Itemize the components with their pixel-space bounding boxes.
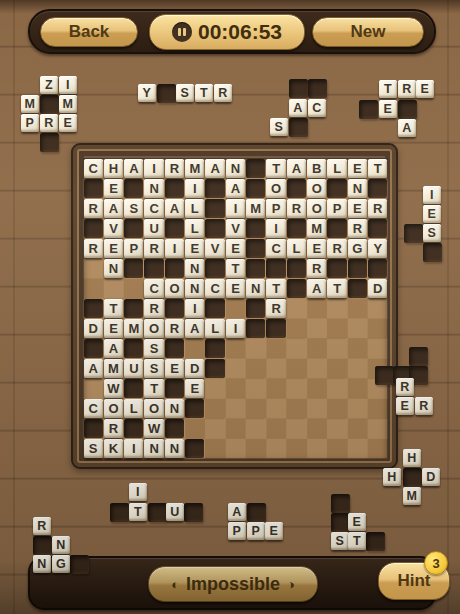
board-empty-slot xyxy=(266,259,285,278)
board-cell xyxy=(347,258,367,278)
board-letter-tile[interactable]: A xyxy=(104,199,123,218)
piece-y-str-tile[interactable]: Y xyxy=(138,84,156,102)
board-letter-tile[interactable]: T xyxy=(144,379,163,398)
board-letter-tile[interactable]: A xyxy=(287,159,306,178)
piece-itu-slot xyxy=(148,503,167,522)
board-letter-tile[interactable]: R xyxy=(368,199,387,218)
board-letter-tile[interactable]: A xyxy=(104,339,123,358)
board-cell xyxy=(124,258,144,278)
board-cell: A xyxy=(103,339,123,359)
board-letter-tile[interactable]: V xyxy=(226,219,245,238)
board-letter-tile[interactable]: O xyxy=(144,319,163,338)
board-cell: U xyxy=(124,359,144,379)
word-puzzle-app: Back 00:06:53 New CHAIRMANTABLETENIAOONR… xyxy=(0,0,460,614)
board-cell: T xyxy=(144,379,164,399)
board-empty-slot xyxy=(165,259,184,278)
board-cell: E xyxy=(103,319,123,339)
board-letter-tile[interactable]: I xyxy=(124,439,143,458)
board-cell xyxy=(286,419,306,439)
board-letter-tile[interactable]: A xyxy=(84,359,103,378)
board-cell xyxy=(327,439,347,459)
board-letter-tile[interactable]: R xyxy=(84,239,103,258)
board-letter-tile[interactable]: E xyxy=(226,239,245,258)
piece-est-tile[interactable]: S xyxy=(331,532,349,550)
board-cell: O xyxy=(103,399,123,419)
board-cell xyxy=(246,339,266,359)
board-cell: C xyxy=(83,158,103,178)
board-cell xyxy=(368,439,388,459)
board-cell: R xyxy=(164,319,184,339)
piece-itu-tile[interactable]: T xyxy=(129,503,147,521)
board-letter-tile[interactable]: L xyxy=(205,319,224,338)
board-letter-tile[interactable]: C xyxy=(266,239,285,258)
board-letter-tile[interactable]: E xyxy=(226,279,245,298)
board-empty-slot xyxy=(287,219,306,238)
board-letter-tile[interactable]: I xyxy=(144,159,163,178)
board-cell: A xyxy=(225,178,245,198)
board-letter-tile[interactable]: S xyxy=(144,359,163,378)
piece-tre-ea-tile[interactable]: A xyxy=(398,119,416,137)
board-empty-slot xyxy=(327,179,346,198)
board-cell xyxy=(205,339,225,359)
board-letter-tile[interactable]: S xyxy=(84,439,103,458)
piece-rer-slot xyxy=(409,347,428,366)
board-cell: E xyxy=(347,158,367,178)
board-empty-slot xyxy=(124,299,143,318)
board-cell: G xyxy=(347,238,367,258)
board-cell xyxy=(327,359,347,379)
board-cell: O xyxy=(307,178,327,198)
board-letter-tile[interactable]: E xyxy=(165,359,184,378)
piece-zim-mpre-tile[interactable]: M xyxy=(21,95,39,113)
board-letter-tile[interactable]: H xyxy=(104,159,123,178)
board-letter-tile[interactable]: M xyxy=(185,159,204,178)
piece-ies-tile[interactable]: E xyxy=(423,205,441,223)
board-cell xyxy=(205,258,225,278)
board-cell: R xyxy=(164,158,184,178)
board-cell: L xyxy=(327,158,347,178)
board-letter-tile[interactable]: M xyxy=(104,359,123,378)
board-cell xyxy=(327,399,347,419)
piece-appe-slot xyxy=(247,503,266,522)
board-cell xyxy=(286,439,306,459)
board-letter-tile[interactable]: R xyxy=(327,239,346,258)
board-cell xyxy=(266,419,286,439)
board-letter-tile[interactable]: P xyxy=(327,199,346,218)
piece-tre-ea-tile[interactable]: E xyxy=(379,100,397,118)
board-cell xyxy=(286,178,306,198)
board-cell: P xyxy=(266,198,286,218)
board-letter-tile[interactable]: M xyxy=(307,219,326,238)
piece-rer-slot xyxy=(375,366,394,385)
board-cell xyxy=(327,319,347,339)
board-letter-tile[interactable]: A xyxy=(205,159,224,178)
board-letter-tile[interactable]: C xyxy=(84,159,103,178)
board-letter-tile[interactable]: T xyxy=(104,299,123,318)
bottom-bar: ◐ Impossible ◑ xyxy=(28,556,436,610)
piece-y-str-slot xyxy=(157,84,176,103)
piece-itu-tile[interactable]: I xyxy=(129,483,147,501)
board-letter-tile[interactable]: D xyxy=(185,359,204,378)
board-letter-tile[interactable]: C xyxy=(144,279,163,298)
board-letter-tile[interactable]: B xyxy=(307,159,326,178)
board-cell xyxy=(246,359,266,379)
board-cell xyxy=(327,298,347,318)
board-cell: N xyxy=(225,158,245,178)
piece-zim-mpre-tile[interactable]: R xyxy=(40,114,58,132)
board-letter-tile[interactable]: V xyxy=(205,239,224,258)
piece-est-tile[interactable]: T xyxy=(348,532,366,550)
board-letter-tile[interactable]: W xyxy=(104,379,123,398)
piece-rer-tile[interactable]: E xyxy=(396,397,414,415)
board-letter-tile[interactable]: Y xyxy=(368,239,387,258)
piece-y-str-tile[interactable]: T xyxy=(195,84,213,102)
board-letter-tile[interactable]: A xyxy=(124,159,143,178)
board-empty-slot xyxy=(144,259,163,278)
board-letter-tile[interactable]: D xyxy=(84,319,103,338)
board-letter-tile[interactable]: D xyxy=(368,279,387,298)
board-letter-tile[interactable]: L xyxy=(327,159,346,178)
board-cell: I xyxy=(266,218,286,238)
board-cell xyxy=(83,419,103,439)
board-cell xyxy=(225,439,245,459)
piece-zim-mpre-tile[interactable]: I xyxy=(59,76,77,94)
board-cell xyxy=(246,419,266,439)
board-cell: D xyxy=(185,359,205,379)
board-cell: E xyxy=(185,238,205,258)
difficulty-prev-icon[interactable]: ◐ xyxy=(171,578,179,591)
board-empty-slot xyxy=(124,219,143,238)
board-letter-tile[interactable]: R xyxy=(287,199,306,218)
board-cell: A xyxy=(205,158,225,178)
pause-icon[interactable] xyxy=(172,22,192,42)
board-letter-tile[interactable]: L xyxy=(185,219,204,238)
board-letter-tile[interactable]: O xyxy=(165,279,184,298)
board-cell xyxy=(286,298,306,318)
board-cell: I xyxy=(185,298,205,318)
board-cell xyxy=(205,359,225,379)
board-letter-tile[interactable]: N xyxy=(165,399,184,418)
board-cell: D xyxy=(83,319,103,339)
piece-itu-slot xyxy=(110,503,129,522)
piece-rng-slot xyxy=(33,536,52,555)
board-cell xyxy=(347,399,367,419)
board-letter-tile[interactable]: I xyxy=(226,319,245,338)
board-cell: M xyxy=(185,158,205,178)
board-empty-slot xyxy=(246,179,265,198)
board-cell: E xyxy=(225,278,245,298)
board-letter-tile[interactable]: L xyxy=(124,399,143,418)
board-letter-tile[interactable]: T xyxy=(266,279,285,298)
board-grid: CHAIRMANTABLETENIAOONRASCALIMPROPERVULVI… xyxy=(83,158,388,459)
board-empty-slot xyxy=(165,379,184,398)
piece-tre-ea-tile[interactable]: R xyxy=(398,80,416,98)
board-letter-tile[interactable]: N xyxy=(246,279,265,298)
board-letter-tile[interactable]: K xyxy=(104,439,123,458)
piece-sac-tile[interactable]: A xyxy=(289,99,307,117)
board-cell xyxy=(246,379,266,399)
board-cell xyxy=(266,379,286,399)
board-letter-tile[interactable]: M xyxy=(124,319,143,338)
piece-rer-tile[interactable]: R xyxy=(396,378,414,396)
board-letter-tile[interactable]: E xyxy=(307,239,326,258)
board-cell xyxy=(347,319,367,339)
board-cell xyxy=(347,379,367,399)
board-cell: A xyxy=(185,319,205,339)
board-cell: I xyxy=(164,238,184,258)
board-cell: N xyxy=(246,278,266,298)
board-empty-slot xyxy=(246,259,265,278)
board-cell: E xyxy=(347,198,367,218)
board-letter-tile[interactable]: M xyxy=(246,199,265,218)
board-cell: I xyxy=(185,178,205,198)
board-cell: N xyxy=(164,439,184,459)
board-empty-slot xyxy=(246,219,265,238)
piece-hdm-tile[interactable]: D xyxy=(422,468,440,486)
board-letter-tile[interactable]: E xyxy=(104,319,123,338)
board-cell xyxy=(266,319,286,339)
board-cell xyxy=(327,218,347,238)
piece-y-str-tile[interactable]: S xyxy=(176,84,194,102)
board-letter-tile[interactable]: V xyxy=(104,219,123,238)
piece-ies-tile[interactable]: I xyxy=(423,186,441,204)
piece-rng-tile[interactable]: R xyxy=(33,517,51,535)
board-empty-slot xyxy=(246,159,265,178)
board-cell xyxy=(347,278,367,298)
board-letter-tile[interactable]: I xyxy=(266,219,285,238)
piece-est-tile[interactable]: E xyxy=(348,513,366,531)
board-cell xyxy=(286,319,306,339)
board-empty-slot xyxy=(84,339,103,358)
board-cell xyxy=(205,178,225,198)
piece-est-slot xyxy=(366,532,385,551)
board-empty-slot xyxy=(165,419,184,438)
board-letter-tile[interactable]: G xyxy=(348,239,367,258)
piece-sac-slot xyxy=(308,79,327,98)
board-letter-tile[interactable]: N xyxy=(185,259,204,278)
board-letter-tile[interactable]: N xyxy=(185,279,204,298)
board-letter-tile[interactable]: T xyxy=(266,159,285,178)
board-cell: R xyxy=(83,198,103,218)
difficulty-next-icon[interactable]: ◑ xyxy=(287,578,295,591)
board-letter-tile[interactable]: P xyxy=(124,239,143,258)
board-letter-tile[interactable]: A xyxy=(185,319,204,338)
board-cell xyxy=(124,278,144,298)
board-cell xyxy=(347,298,367,318)
board-letter-tile[interactable]: C xyxy=(144,199,163,218)
board-letter-tile[interactable]: W xyxy=(144,419,163,438)
piece-tre-ea-slot xyxy=(398,100,417,119)
board-cell xyxy=(205,439,225,459)
board-cell xyxy=(124,379,144,399)
board-cell: R xyxy=(266,298,286,318)
board-cell: U xyxy=(144,218,164,238)
board-cell: I xyxy=(225,198,245,218)
board-cell: V xyxy=(225,218,245,238)
board-cell: C xyxy=(144,278,164,298)
piece-rng-tile[interactable]: N xyxy=(33,555,51,573)
piece-ies-slot xyxy=(404,224,423,243)
board-letter-tile[interactable]: T xyxy=(327,279,346,298)
board-cell xyxy=(368,319,388,339)
piece-zim-mpre-tile[interactable]: Z xyxy=(40,76,58,94)
piece-sac-tile[interactable]: C xyxy=(308,99,326,117)
board-letter-tile[interactable]: E xyxy=(348,159,367,178)
board-cell: I xyxy=(225,319,245,339)
board-empty-slot xyxy=(205,259,224,278)
board-letter-tile[interactable]: O xyxy=(266,179,285,198)
board-cell: S xyxy=(124,198,144,218)
board-letter-tile[interactable]: P xyxy=(266,199,285,218)
board-empty-slot xyxy=(246,239,265,258)
board-letter-tile[interactable]: E xyxy=(185,239,204,258)
difficulty-label: Impossible xyxy=(186,574,280,595)
board-letter-tile[interactable]: R xyxy=(348,219,367,238)
piece-itu-tile[interactable]: U xyxy=(166,503,184,521)
board-letter-tile[interactable]: O xyxy=(104,399,123,418)
board-letter-tile[interactable]: O xyxy=(307,199,326,218)
piece-zim-mpre-tile[interactable]: P xyxy=(21,114,39,132)
back-button[interactable]: Back xyxy=(40,17,138,47)
board-cell xyxy=(225,359,245,379)
board-letter-tile[interactable]: N xyxy=(165,439,184,458)
piece-zim-mpre-tile[interactable]: M xyxy=(59,95,77,113)
board-cell: O xyxy=(144,399,164,419)
board-letter-tile[interactable]: S xyxy=(144,339,163,358)
board-letter-tile[interactable]: N xyxy=(226,159,245,178)
board-letter-tile[interactable]: U xyxy=(144,219,163,238)
board-letter-tile[interactable]: R xyxy=(84,199,103,218)
piece-hdm-tile[interactable]: H xyxy=(403,449,421,467)
board-cell xyxy=(83,278,103,298)
board-letter-tile[interactable]: E xyxy=(185,379,204,398)
board-letter-tile[interactable]: R xyxy=(104,419,123,438)
board-letter-tile[interactable]: C xyxy=(205,279,224,298)
piece-hdm-tile[interactable]: H xyxy=(383,468,401,486)
board-cell: R xyxy=(83,238,103,258)
board-letter-tile[interactable]: T xyxy=(368,159,387,178)
piece-est-slot xyxy=(331,494,350,513)
piece-sac-tile[interactable]: S xyxy=(270,118,288,136)
piece-hdm-tile[interactable]: M xyxy=(403,487,421,505)
board-cell xyxy=(266,258,286,278)
board-letter-tile[interactable]: I xyxy=(185,299,204,318)
board-cell xyxy=(368,178,388,198)
piece-tre-ea-tile[interactable]: E xyxy=(416,80,434,98)
board-empty-slot xyxy=(165,299,184,318)
board-letter-tile[interactable]: R xyxy=(165,319,184,338)
piece-rer-tile[interactable]: R xyxy=(415,397,433,415)
board-cell xyxy=(164,379,184,399)
board-empty-slot xyxy=(205,359,224,378)
board-letter-tile[interactable]: R xyxy=(144,239,163,258)
board-cell xyxy=(205,379,225,399)
board-cell: V xyxy=(103,218,123,238)
new-game-button[interactable]: New xyxy=(312,17,424,47)
board-letter-tile[interactable]: C xyxy=(84,399,103,418)
board-cell: L xyxy=(286,238,306,258)
board-cell xyxy=(327,258,347,278)
board-letter-tile[interactable]: E xyxy=(348,199,367,218)
board-cell xyxy=(286,359,306,379)
board-letter-tile[interactable]: I xyxy=(165,239,184,258)
piece-zim-mpre-tile[interactable]: E xyxy=(59,114,77,132)
board-letter-tile[interactable]: E xyxy=(104,179,123,198)
piece-tre-ea-tile[interactable]: T xyxy=(379,80,397,98)
board-cell: T xyxy=(266,278,286,298)
board-cell xyxy=(307,319,327,339)
board-letter-tile[interactable]: O xyxy=(307,179,326,198)
board-letter-tile[interactable]: I xyxy=(185,179,204,198)
board-letter-tile[interactable]: N xyxy=(144,179,163,198)
board-cell xyxy=(307,399,327,419)
board-cell xyxy=(347,419,367,439)
board-letter-tile[interactable]: R xyxy=(165,159,184,178)
piece-appe-tile[interactable]: A xyxy=(228,503,246,521)
board-letter-tile[interactable]: A xyxy=(307,279,326,298)
board-cell: E xyxy=(225,238,245,258)
board-letter-tile[interactable]: T xyxy=(226,259,245,278)
board-cell xyxy=(225,419,245,439)
board-letter-tile[interactable]: A xyxy=(226,179,245,198)
board-letter-tile[interactable]: R xyxy=(266,299,285,318)
board-cell: E xyxy=(185,379,205,399)
board-letter-tile[interactable]: S xyxy=(124,199,143,218)
board-letter-tile[interactable]: R xyxy=(307,259,326,278)
piece-rng-tile[interactable]: N xyxy=(52,536,70,554)
board-cell: M xyxy=(124,319,144,339)
board-letter-tile[interactable]: N xyxy=(144,439,163,458)
board-cell: H xyxy=(103,158,123,178)
board-cell: N xyxy=(185,258,205,278)
board-cell: O xyxy=(164,278,184,298)
board-cell: A xyxy=(124,158,144,178)
board-letter-tile[interactable]: R xyxy=(144,299,163,318)
board-letter-tile[interactable]: U xyxy=(124,359,143,378)
board-cell xyxy=(124,178,144,198)
board-cell: T xyxy=(225,258,245,278)
board-letter-tile[interactable]: O xyxy=(144,399,163,418)
board-cell xyxy=(266,339,286,359)
board-cell xyxy=(124,298,144,318)
board-empty-slot xyxy=(84,219,103,238)
piece-appe-tile[interactable]: E xyxy=(265,522,283,540)
board-cell: T xyxy=(266,158,286,178)
board-letter-tile[interactable]: A xyxy=(165,199,184,218)
board-letter-tile[interactable]: E xyxy=(104,239,123,258)
board-letter-tile[interactable]: I xyxy=(226,199,245,218)
board-letter-tile[interactable]: N xyxy=(104,259,123,278)
piece-rng-tile[interactable]: G xyxy=(52,555,70,573)
piece-y-str-tile[interactable]: R xyxy=(214,84,232,102)
board-empty-slot xyxy=(165,339,184,358)
board-cell xyxy=(327,419,347,439)
board-cell: N xyxy=(347,178,367,198)
piece-ies-tile[interactable]: S xyxy=(423,224,441,242)
board-letter-tile[interactable]: L xyxy=(287,239,306,258)
board-cell: C xyxy=(144,198,164,218)
board-cell: K xyxy=(103,439,123,459)
board-letter-tile[interactable]: L xyxy=(185,199,204,218)
board-cell xyxy=(246,178,266,198)
difficulty-selector[interactable]: ◐ Impossible ◑ xyxy=(148,566,318,602)
board-cell: N xyxy=(103,258,123,278)
board-cell: D xyxy=(368,278,388,298)
board-empty-slot xyxy=(124,379,143,398)
board-letter-tile[interactable]: N xyxy=(348,179,367,198)
piece-appe-tile[interactable]: P xyxy=(228,522,246,540)
piece-appe-tile[interactable]: P xyxy=(247,522,265,540)
